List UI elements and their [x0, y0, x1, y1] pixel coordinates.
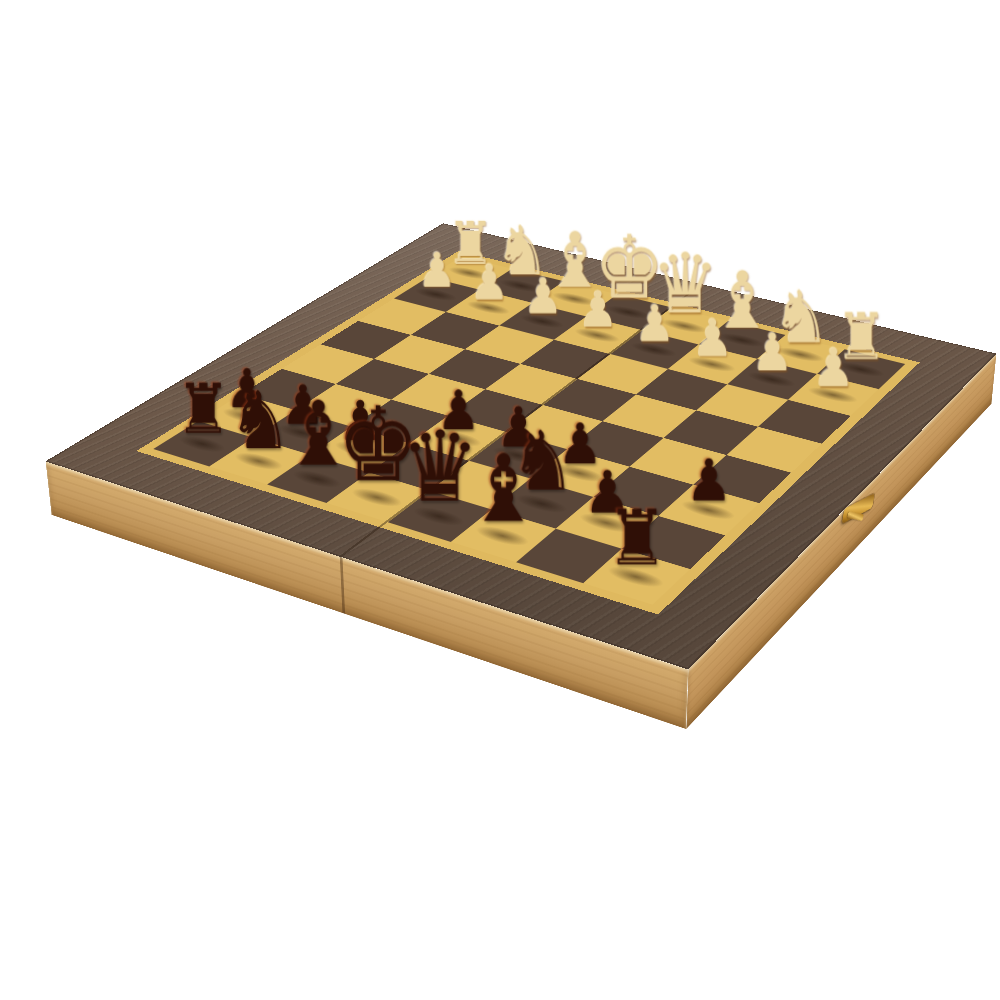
black-rook: ♜	[606, 500, 668, 576]
black-pawn: ♟	[686, 452, 733, 510]
white-pawn: ♟	[812, 342, 855, 395]
white-pawn: ♟	[578, 285, 618, 335]
white-pawn: ♟	[523, 272, 563, 321]
board-box: ♜♞♝♚♛♝♞♜♟♟♟♟♟♟♟♟♟♟♟♟♟♟♟♞♟♜♞♝♚♛♝♜	[45, 223, 996, 669]
fold-seam-side	[340, 557, 345, 614]
black-bishop: ♝	[466, 442, 541, 535]
square-c8: ♝	[451, 509, 556, 562]
white-pawn: ♟	[751, 327, 793, 379]
perspective-scene: ♜♞♝♚♛♝♞♜♟♟♟♟♟♟♟♟♟♟♟♟♟♟♟♞♟♜♞♝♚♛♝♜	[0, 0, 1000, 1000]
white-pawn: ♟	[692, 313, 733, 364]
white-pawn: ♟	[470, 259, 509, 308]
photo-stage: ♜♞♝♚♛♝♞♜♟♟♟♟♟♟♟♟♟♟♟♟♟♟♟♞♟♜♞♝♚♛♝♜	[0, 0, 1000, 1000]
white-pawn: ♟	[634, 299, 675, 350]
white-pawn: ♟	[418, 246, 457, 294]
black-rook: ♜	[176, 375, 231, 444]
box-top-face: ♜♞♝♚♛♝♞♜♟♟♟♟♟♟♟♟♟♟♟♟♟♟♟♞♟♜♞♝♚♛♝♜	[45, 223, 996, 669]
